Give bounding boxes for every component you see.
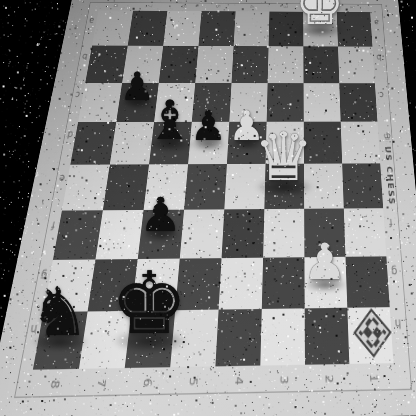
file-label-left-b: b — [79, 51, 92, 62]
chessboard-photo: abcdefghabcfgh8765432187654321 ♔ US CHES… — [0, 0, 416, 416]
square-f5[interactable] — [180, 209, 225, 258]
piece-white-king-a2[interactable]: ♚ — [295, 0, 344, 33]
file-label-left-e: e — [55, 171, 69, 184]
square-e1[interactable] — [342, 163, 383, 208]
square-b5[interactable] — [195, 46, 233, 83]
rank-label-top-4: 4 — [248, 0, 256, 24]
rank-label-bottom-2: 2 — [320, 350, 336, 410]
square-b4[interactable] — [232, 46, 269, 83]
square-b3[interactable] — [268, 46, 304, 83]
piece-white-pawn-g2[interactable]: ♟ — [303, 237, 348, 287]
square-c2[interactable] — [304, 83, 341, 122]
file-label-left-f: f — [46, 217, 61, 231]
rank-label-top-3: 3 — [283, 0, 290, 24]
rank-label-top-1: 1 — [349, 0, 358, 24]
square-b1[interactable] — [338, 46, 375, 83]
piece-black-knight-h8[interactable]: ♞ — [30, 279, 90, 346]
square-c1[interactable] — [339, 83, 377, 122]
piece-black-pawn-d5[interactable]: ♟ — [190, 106, 227, 147]
square-g4[interactable] — [219, 257, 264, 310]
file-label-left-d: d — [63, 128, 77, 140]
piece-black-bishop-d6[interactable]: ♝ — [146, 94, 194, 148]
square-e8[interactable] — [62, 165, 110, 211]
rank-label-bottom-4: 4 — [228, 351, 246, 412]
file-label-right-h: h — [391, 315, 405, 331]
square-b2[interactable] — [303, 46, 339, 83]
square-d1[interactable] — [341, 122, 381, 164]
file-label-left-a: a — [85, 15, 97, 25]
king-crown-icon: ♔ — [382, 131, 393, 142]
square-f3[interactable] — [263, 209, 304, 258]
file-label-right-b: b — [373, 52, 384, 63]
square-e5[interactable] — [184, 164, 227, 209]
piece-black-pawn-f6[interactable]: ♟ — [140, 191, 182, 238]
square-b6[interactable] — [159, 46, 199, 83]
square-d8[interactable] — [70, 122, 116, 165]
square-c8[interactable] — [78, 83, 122, 123]
square-f4[interactable] — [222, 209, 265, 258]
square-g3[interactable] — [262, 257, 305, 310]
file-label-right-c: c — [376, 88, 387, 99]
file-label-right-a: a — [371, 17, 382, 27]
square-c3[interactable] — [267, 83, 304, 122]
square-f1[interactable] — [344, 208, 387, 256]
file-label-right-g: g — [388, 263, 401, 278]
square-g1[interactable] — [345, 256, 389, 308]
rank-label-bottom-3: 3 — [275, 350, 291, 410]
file-label-left-c: c — [71, 88, 84, 99]
piece-white-queen-e3[interactable]: ♛ — [254, 124, 314, 191]
piece-black-king-h6[interactable]: ♚ — [111, 260, 188, 346]
square-f7[interactable] — [96, 210, 144, 259]
